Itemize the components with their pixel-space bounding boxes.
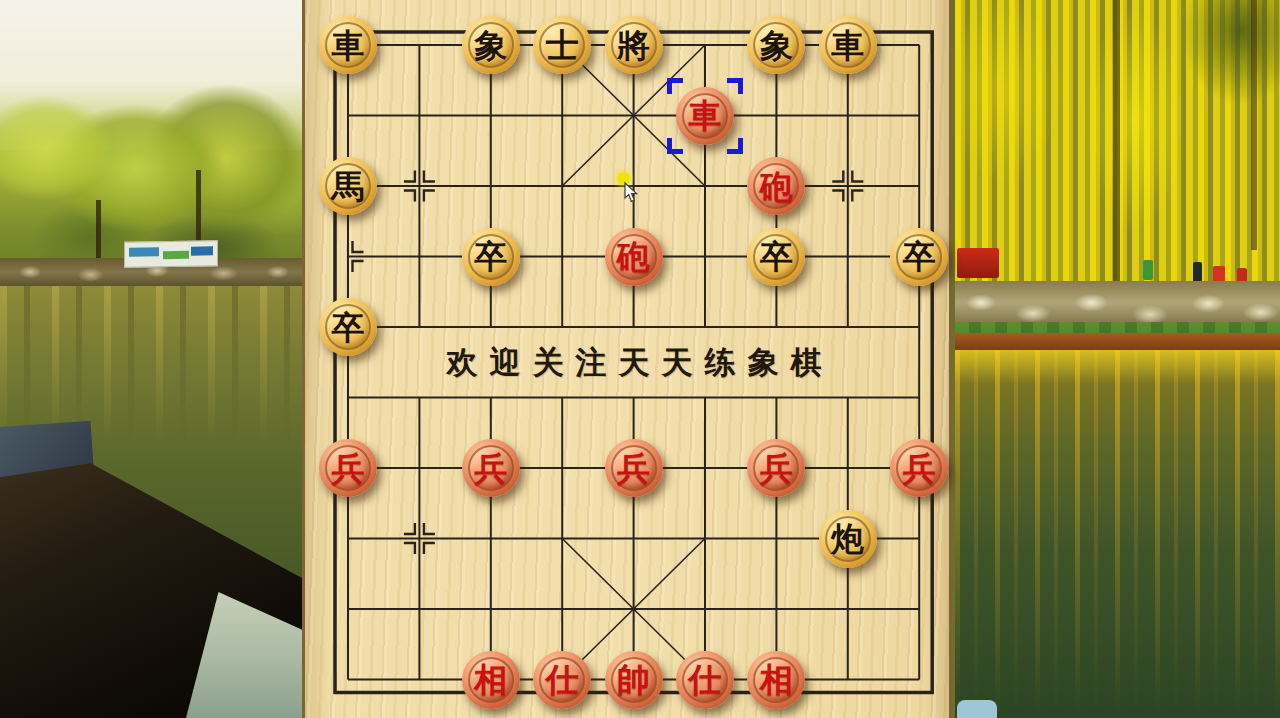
piece-red-advisor[interactable]: 仕 — [533, 651, 591, 709]
piece-character: 象 — [760, 29, 793, 62]
piece-red-cannon[interactable]: 砲 — [605, 228, 663, 286]
piece-character: 兵 — [332, 452, 365, 485]
arrow-cursor-icon — [624, 182, 640, 204]
piece-black-soldier[interactable]: 卒 — [462, 228, 520, 286]
selection-corner — [727, 138, 743, 154]
piece-character: 馬 — [332, 170, 365, 203]
piece-character: 車 — [689, 99, 722, 132]
piece-character: 車 — [831, 29, 864, 62]
xiangqi-board[interactable]: 欢迎关注天天练象棋 車象士將象車車馬砲卒砲卒卒卒兵兵兵兵兵炮相仕帥仕相 — [302, 0, 952, 718]
piece-red-soldier[interactable]: 兵 — [605, 439, 663, 497]
pieces-layer: 車象士將象車車馬砲卒砲卒卒卒兵兵兵兵兵炮相仕帥仕相 — [305, 0, 949, 718]
banner-graphic — [129, 247, 159, 257]
piece-character: 兵 — [903, 452, 936, 485]
piece-character: 帥 — [617, 663, 650, 696]
piece-character: 卒 — [760, 240, 793, 273]
piece-character: 將 — [617, 29, 650, 62]
piece-character: 卒 — [332, 311, 365, 344]
piece-character: 車 — [332, 29, 365, 62]
piece-red-cannon[interactable]: 砲 — [747, 157, 805, 215]
piece-black-general[interactable]: 將 — [605, 16, 663, 74]
gold-reflection-band — [955, 350, 1280, 384]
shore-banner-sign — [124, 240, 218, 268]
piece-black-elephant[interactable]: 象 — [747, 16, 805, 74]
piece-black-cannon[interactable]: 炮 — [819, 510, 877, 568]
piece-character: 兵 — [474, 452, 507, 485]
piece-character: 砲 — [760, 170, 793, 203]
piece-black-soldier[interactable]: 卒 — [747, 228, 805, 286]
shore-edge — [955, 333, 1280, 350]
piece-character: 仕 — [546, 663, 579, 696]
piece-black-advisor[interactable]: 士 — [533, 16, 591, 74]
piece-black-chariot[interactable]: 車 — [819, 16, 877, 74]
selection-corner — [727, 78, 743, 94]
piece-red-soldier[interactable]: 兵 — [747, 439, 805, 497]
piece-character: 仕 — [689, 663, 722, 696]
piece-black-horse[interactable]: 馬 — [319, 157, 377, 215]
piece-red-elephant[interactable]: 相 — [747, 651, 805, 709]
mouse-cursor — [624, 182, 640, 204]
screen: 欢迎关注天天练象棋 車象士將象車車馬砲卒砲卒卒卒兵兵兵兵兵炮相仕帥仕相 — [0, 0, 1280, 718]
piece-red-soldier[interactable]: 兵 — [462, 439, 520, 497]
piece-black-elephant[interactable]: 象 — [462, 16, 520, 74]
person-figure — [1193, 262, 1202, 282]
piece-red-advisor[interactable]: 仕 — [676, 651, 734, 709]
lake-water-right — [955, 350, 1280, 718]
golden-willow-curtain — [955, 0, 1280, 300]
piece-character: 卒 — [474, 240, 507, 273]
piece-character: 卒 — [903, 240, 936, 273]
piece-red-elephant[interactable]: 相 — [462, 651, 520, 709]
person-figure — [1143, 260, 1153, 280]
selection-corner — [667, 138, 683, 154]
piece-black-chariot[interactable]: 車 — [319, 16, 377, 74]
piece-black-soldier[interactable]: 卒 — [319, 298, 377, 356]
water-reflections — [0, 286, 302, 446]
red-truck — [957, 248, 999, 278]
tree-trunk — [1113, 0, 1120, 282]
piece-character: 兵 — [760, 452, 793, 485]
piece-red-soldier[interactable]: 兵 — [890, 439, 948, 497]
background-photo-right — [955, 0, 1280, 718]
piece-character: 相 — [760, 663, 793, 696]
selection-corner — [667, 78, 683, 94]
golden-reflections — [955, 350, 1280, 718]
piece-character: 士 — [546, 29, 579, 62]
piece-character: 炮 — [831, 522, 864, 555]
piece-character: 砲 — [617, 240, 650, 273]
piece-red-general[interactable]: 帥 — [605, 651, 663, 709]
banner-graphic — [191, 246, 213, 255]
background-photo-left — [0, 0, 302, 718]
piece-red-soldier[interactable]: 兵 — [319, 439, 377, 497]
pale-blue-object — [957, 700, 997, 718]
banner-graphic — [163, 251, 189, 259]
piece-character: 象 — [474, 29, 507, 62]
piece-character: 相 — [474, 663, 507, 696]
piece-red-chariot[interactable]: 車 — [676, 87, 734, 145]
tree-trunk — [1251, 0, 1257, 250]
piece-black-soldier[interactable]: 卒 — [890, 228, 948, 286]
piece-character: 兵 — [617, 452, 650, 485]
